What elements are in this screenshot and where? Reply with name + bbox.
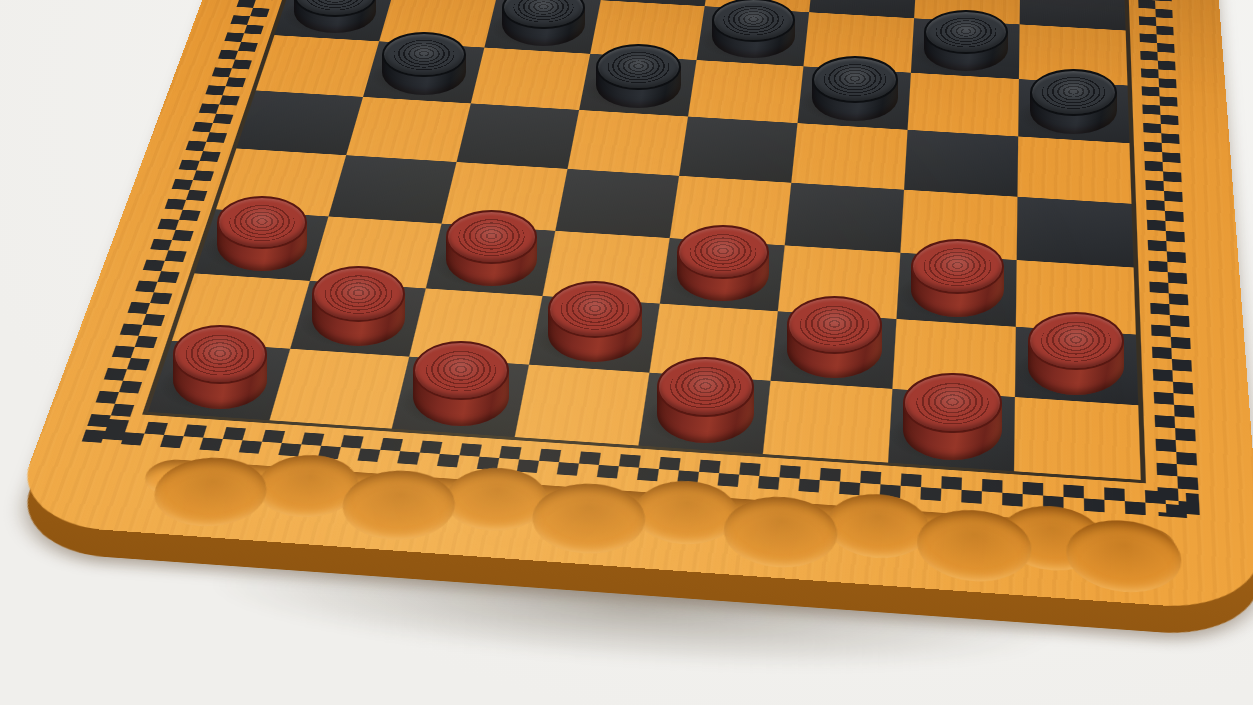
piece-top-face — [1028, 312, 1124, 370]
red-piece-c1[interactable] — [413, 341, 509, 426]
red-piece-d2[interactable] — [548, 281, 642, 362]
black-piece-f6[interactable] — [812, 56, 898, 121]
piece-top-face — [677, 225, 769, 279]
black-piece-c7[interactable] — [502, 0, 585, 46]
piece-top-face — [903, 373, 1001, 434]
piece-top-face — [1030, 69, 1117, 116]
black-piece-b6[interactable] — [382, 32, 466, 95]
black-piece-d6[interactable] — [596, 44, 681, 108]
red-piece-e1[interactable] — [657, 357, 754, 443]
red-piece-g1[interactable] — [903, 373, 1001, 460]
piece-top-face — [413, 341, 509, 400]
red-piece-a3[interactable] — [217, 196, 307, 271]
piece-top-face — [911, 239, 1004, 294]
red-piece-b2[interactable] — [312, 266, 405, 346]
red-piece-c3[interactable] — [446, 210, 537, 286]
red-piece-e3[interactable] — [677, 225, 769, 302]
piece-top-face — [446, 210, 537, 264]
piece-top-face — [924, 10, 1008, 55]
scene — [0, 0, 1253, 705]
red-piece-h2[interactable] — [1028, 312, 1124, 395]
piece-top-face — [173, 325, 268, 384]
pieces-layer — [0, 0, 1253, 705]
piece-top-face — [787, 296, 882, 353]
piece-top-face — [548, 281, 642, 338]
red-piece-a1[interactable] — [173, 325, 268, 409]
black-piece-g7[interactable] — [924, 10, 1008, 71]
piece-top-face — [657, 357, 754, 417]
piece-top-face — [812, 56, 898, 103]
piece-top-face — [596, 44, 681, 90]
piece-top-face — [217, 196, 307, 249]
black-piece-a7[interactable] — [294, 0, 376, 33]
red-piece-g3[interactable] — [911, 239, 1004, 317]
black-piece-e7[interactable] — [712, 0, 796, 58]
piece-top-face — [712, 0, 795, 42]
red-piece-f2[interactable] — [787, 296, 882, 378]
black-piece-h6[interactable] — [1030, 69, 1117, 134]
